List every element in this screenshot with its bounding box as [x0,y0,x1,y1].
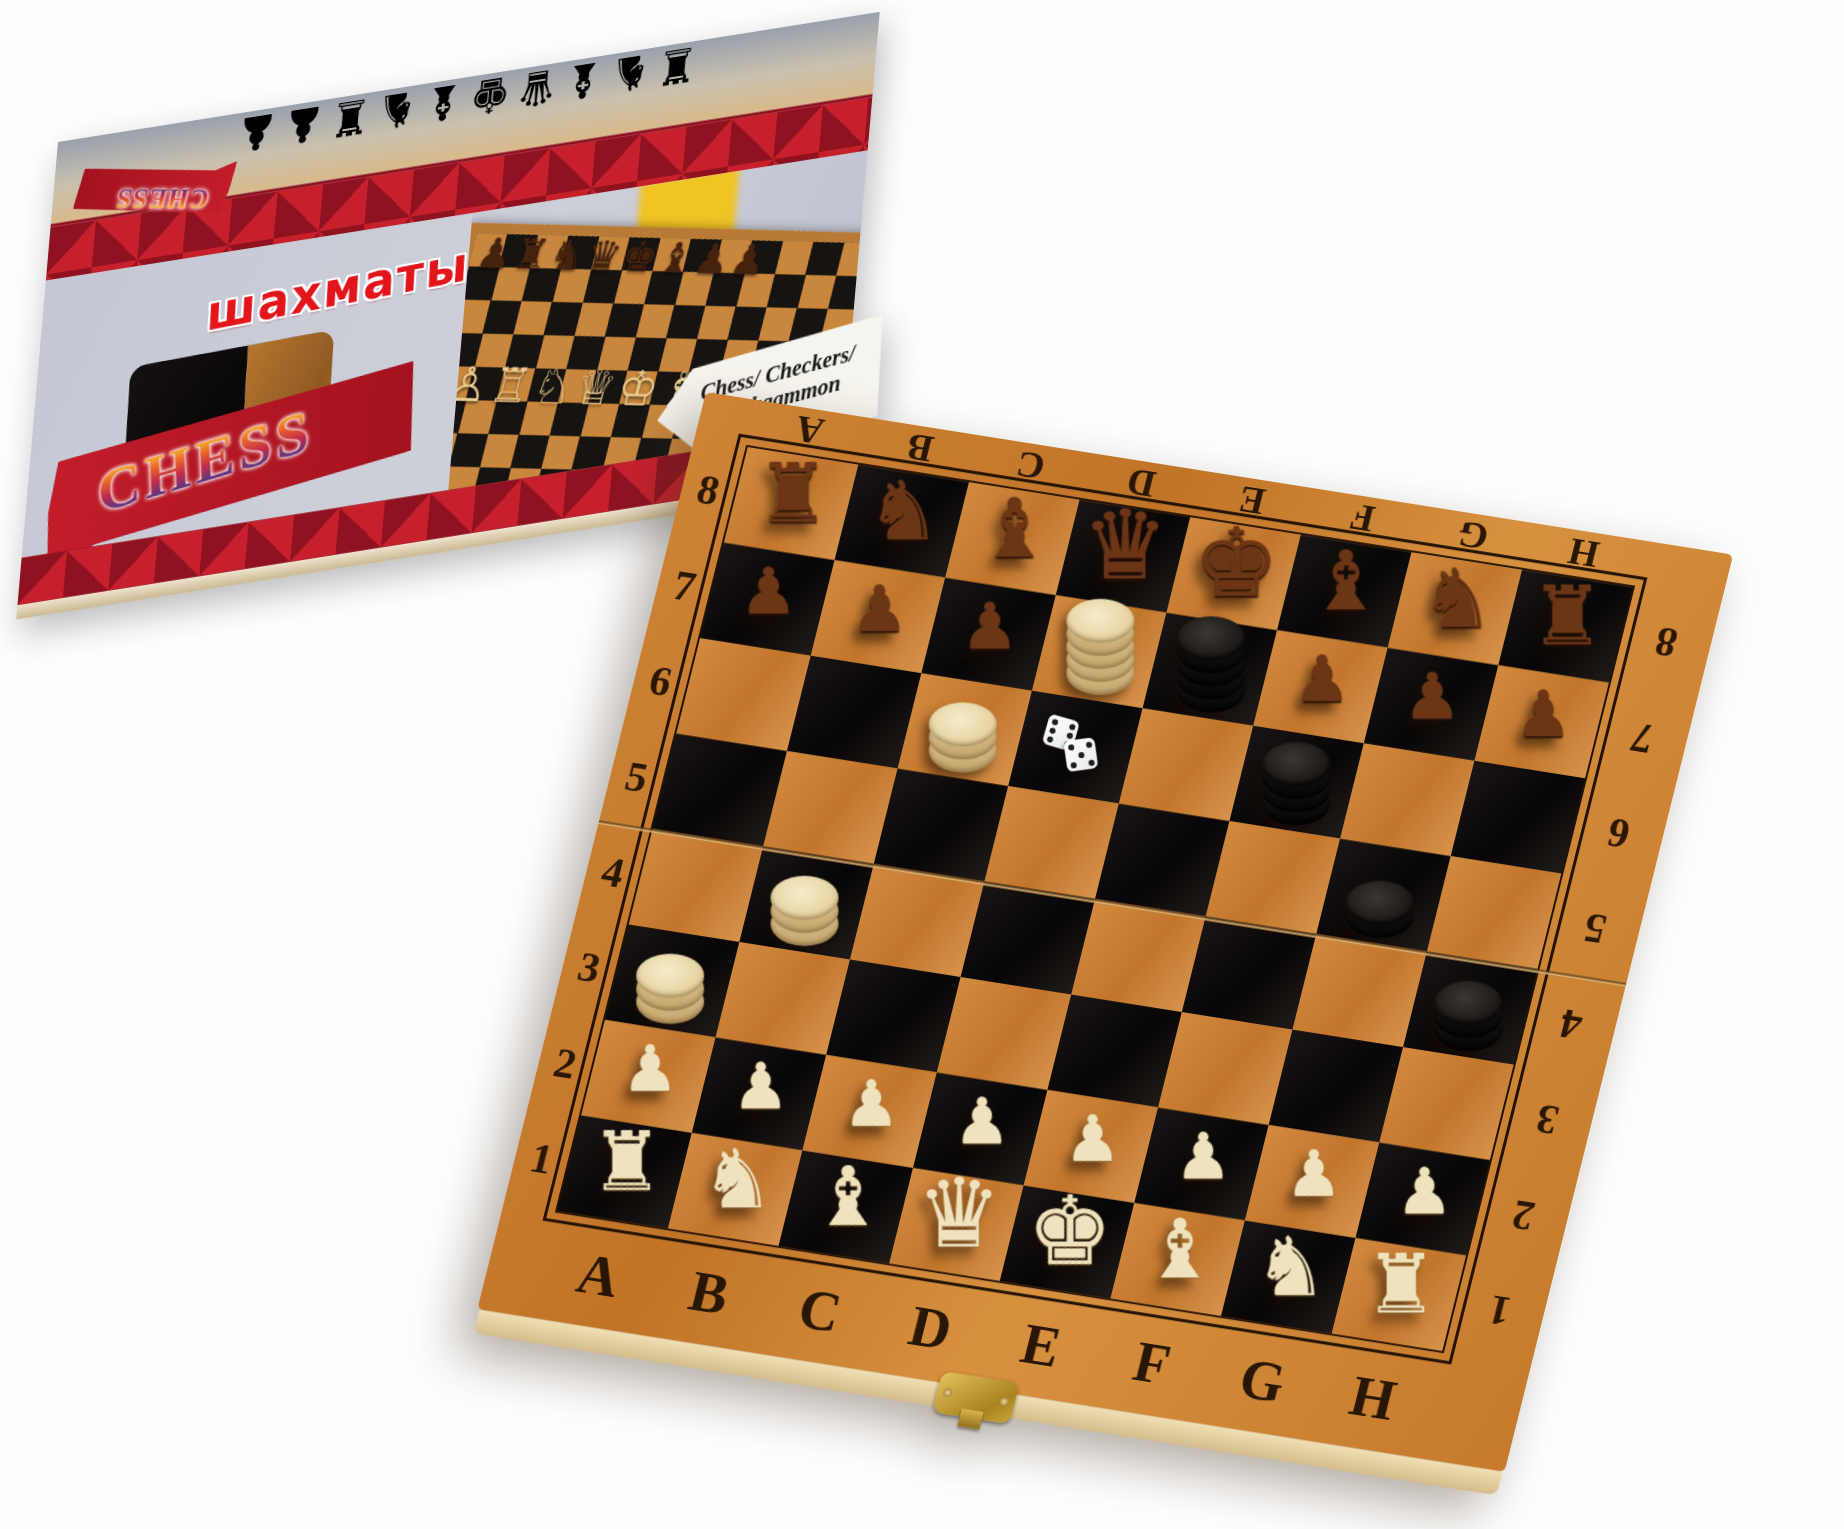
die-2-showing-5[interactable] [1063,737,1098,772]
checker-disc [1346,881,1414,925]
checker-disc [1066,599,1134,643]
photo-dark-pieces: ♟♜♞♛♚♝♟♟ [472,229,857,286]
dark-pawn-h7[interactable]: ♟ [1515,682,1572,746]
light-pawn-a2[interactable]: ♟ [621,1037,678,1101]
checker-stack-black-g5[interactable] [1346,881,1414,938]
checker-stack-black-h4[interactable] [1434,981,1502,1051]
checker-stack-cream-a3[interactable] [636,954,704,1024]
square-h5[interactable] [1427,856,1561,969]
dark-pawn-g7[interactable]: ♟ [1404,665,1461,729]
photo-piece-glyph: ♜ [328,94,372,142]
checker-disc [1262,742,1330,786]
square-h7[interactable]: ♟ [1474,665,1608,778]
light-pawn-e2[interactable]: ♟ [1064,1107,1121,1171]
photo-piece-glyph: ♞ [375,87,419,135]
checker-stack-cream-d7[interactable] [1066,599,1134,695]
checker-disc [1434,981,1502,1025]
checker-disc [771,876,839,920]
dark-queen-d8[interactable]: ♛ [1083,497,1169,593]
die-pip [1078,752,1085,759]
dark-knight-g8[interactable]: ♞ [1420,558,1494,640]
square-h6[interactable] [1451,761,1585,874]
photo-piece-glyph: ♚ [468,72,512,120]
photo-piece-glyph: ♟ [235,109,279,157]
light-knight-b1[interactable]: ♞ [701,1139,775,1221]
dark-pawn-f7[interactable]: ♟ [1294,647,1351,711]
dark-pawn-b7[interactable]: ♟ [851,577,908,641]
die-pip [1046,736,1053,743]
dark-rook-h8[interactable]: ♜ [1531,576,1605,658]
square-h3[interactable] [1379,1047,1513,1160]
light-rook-a1[interactable]: ♜ [590,1121,664,1203]
light-king-e1[interactable]: ♚ [1027,1183,1113,1279]
die-pip [1051,718,1058,725]
square-h8[interactable]: ♜ [1498,570,1632,683]
box-lid-chess-ribbon: CHESS [71,161,238,220]
box-title: шахматы [205,235,471,342]
light-pawn-f2[interactable]: ♟ [1175,1125,1232,1189]
dark-king-e8[interactable]: ♚ [1193,515,1279,611]
dark-pawn-a7[interactable]: ♟ [740,560,797,624]
photo-piece-glyph: ♝ [421,79,465,127]
photo-piece-glyph: ♛ [515,65,559,113]
photo-piece-glyph: ♜ [655,42,699,90]
square-h1[interactable]: ♜ [1332,1238,1466,1351]
checker-stack-black-f6[interactable] [1262,742,1330,825]
light-knight-g1[interactable]: ♞ [1254,1226,1328,1308]
light-pawn-d2[interactable]: ♟ [953,1089,1010,1153]
die-pip [1088,759,1095,766]
die-pip [1066,732,1073,739]
photo-piece-glyph: ♞ [608,50,652,98]
light-bishop-c1[interactable]: ♝ [811,1156,885,1238]
dark-knight-b8[interactable]: ♞ [867,471,941,553]
photo-piece-glyph: ♝ [561,57,605,105]
die-pip [1069,723,1076,730]
photo-piece-glyph: ♟ [281,102,325,150]
dark-bishop-f8[interactable]: ♝ [1310,541,1384,623]
light-rook-h1[interactable]: ♜ [1364,1244,1438,1326]
checker-stack-cream-b4[interactable] [771,876,839,946]
checker-stack-cream-c6[interactable] [929,702,997,772]
checker-stack-black-e7[interactable] [1177,616,1245,712]
die-pip [1070,762,1077,769]
dark-bishop-c8[interactable]: ♝ [978,488,1052,570]
clasp-screw-right [999,1396,1010,1406]
checker-disc [929,702,997,746]
chess-board-scene: ♜♞♝♛♚♝♞♜♟♟♟♟♟♟♟♟♟♟♟♟♟♟♜♞♝♛♚♝♞♜ AABBCCDDE… [477,392,1733,1472]
checker-disc [1177,616,1245,660]
dark-pawn-c7[interactable]: ♟ [962,595,1019,659]
light-queen-d1[interactable]: ♛ [916,1165,1002,1261]
clasp-screw-left [942,1388,953,1398]
product-photo-stage: { "game": "chess (wooden 3-in-1 chess / … [0,0,1844,1529]
die-pip [1086,742,1093,749]
light-pawn-c2[interactable]: ♟ [843,1072,900,1136]
light-pawn-b2[interactable]: ♟ [732,1054,789,1118]
box-lid-ribbon-label: CHESS [112,182,212,214]
checker-disc [636,954,704,998]
light-pawn-h2[interactable]: ♟ [1396,1160,1453,1224]
dark-rook-a8[interactable]: ♜ [757,453,831,535]
dice-pair[interactable] [1045,717,1105,777]
die-pip [1049,727,1056,734]
light-pawn-g2[interactable]: ♟ [1285,1142,1342,1206]
light-bishop-f1[interactable]: ♝ [1143,1209,1217,1291]
die-pip [1068,744,1075,751]
